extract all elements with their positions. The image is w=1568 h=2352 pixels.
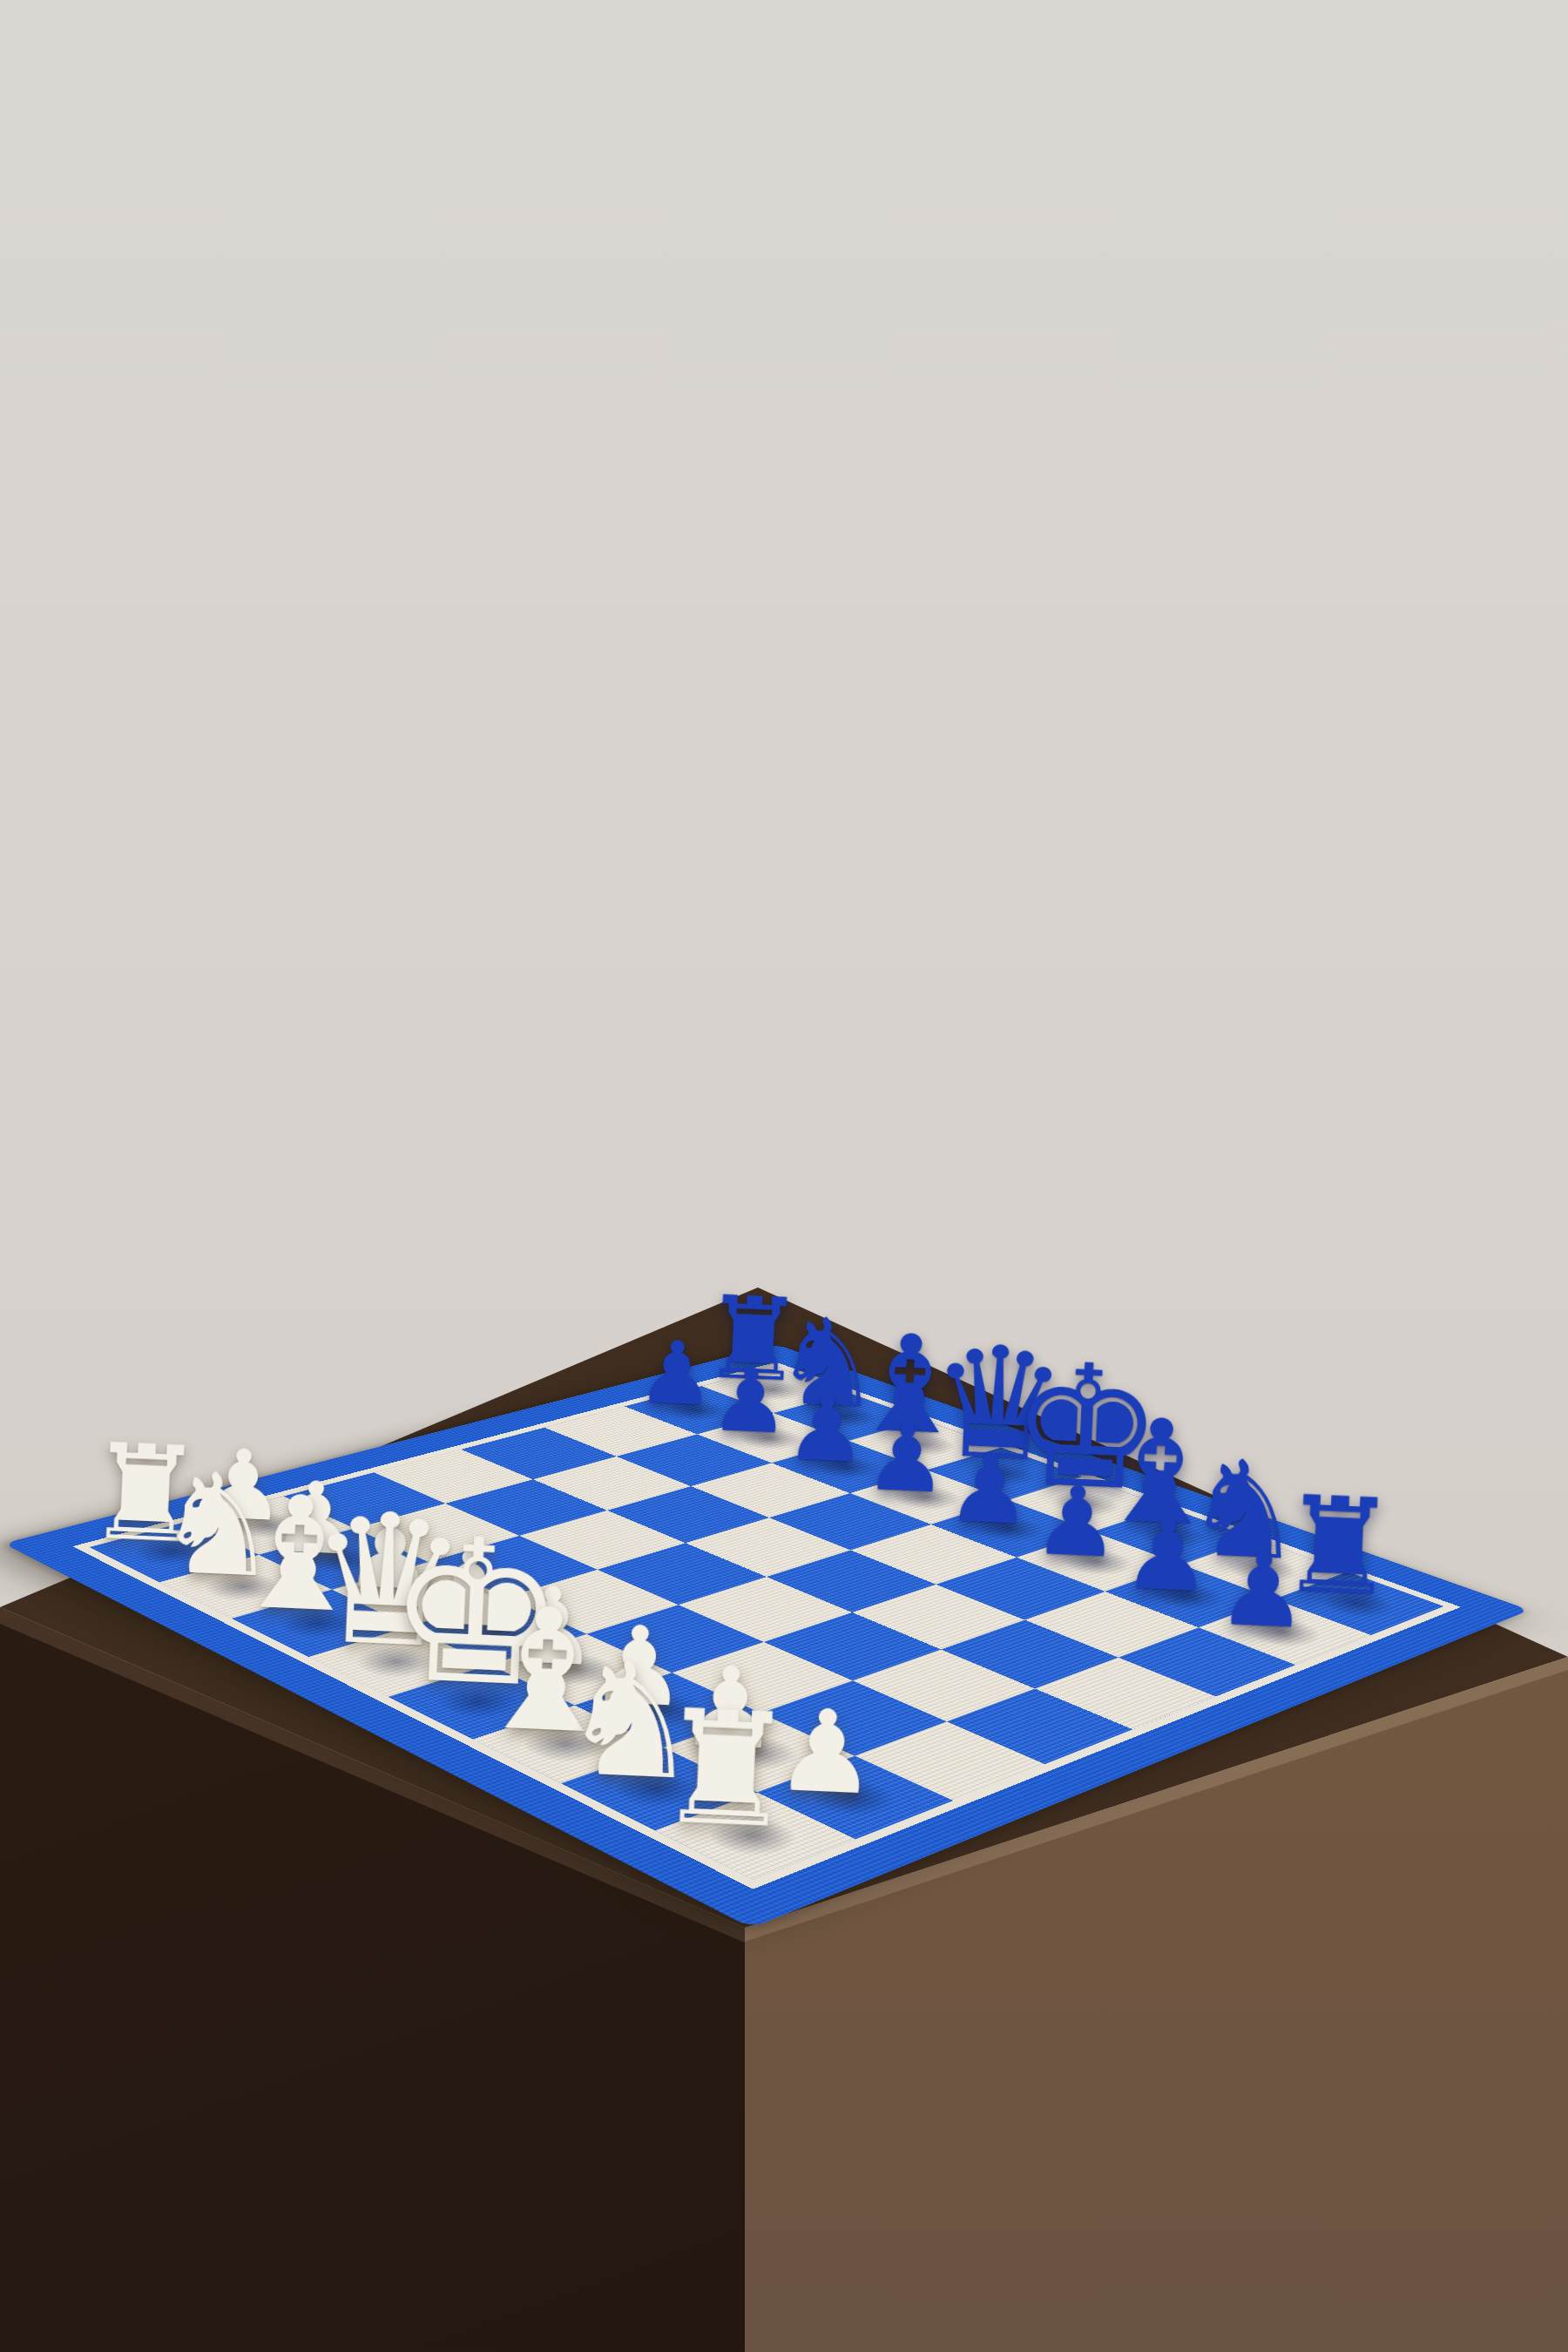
square-d5[interactable]	[686, 1517, 851, 1577]
chess-board: ♜♞♝♛♚♝♞♜♟♟♟♟♟♟♟♟♟♟♟♟♟♟♟♟♜♞♝♛♚♝♞♜	[72, 1362, 1461, 1889]
blue-pawn-h7[interactable]: ♟	[1199, 1538, 1327, 1644]
board-scene: ♜♞♝♛♚♝♞♜♟♟♟♟♟♟♟♟♟♟♟♟♟♟♟♟♜♞♝♛♚♝♞♜	[204, 1014, 1330, 2140]
board-perspective: ♜♞♝♛♚♝♞♜♟♟♟♟♟♟♟♟♟♟♟♟♟♟♟♟♜♞♝♛♚♝♞♜	[204, 1014, 1330, 2140]
white-rook-h1[interactable]: ♜	[651, 1687, 801, 1850]
